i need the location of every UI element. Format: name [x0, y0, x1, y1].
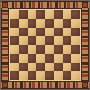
square-e1[interactable] [45, 71, 54, 80]
square-e6[interactable] [45, 28, 54, 37]
square-a8[interactable] [10, 10, 19, 19]
square-e7[interactable] [45, 19, 54, 28]
decorative-border-bottom [1, 82, 89, 88]
square-c5[interactable] [28, 36, 37, 45]
square-f4[interactable] [54, 45, 63, 54]
square-g2[interactable] [63, 63, 72, 72]
square-c4[interactable] [28, 45, 37, 54]
square-a1[interactable] [10, 71, 19, 80]
square-b2[interactable] [19, 63, 28, 72]
square-c8[interactable] [28, 10, 37, 19]
square-g4[interactable] [63, 45, 72, 54]
square-h1[interactable] [71, 71, 80, 80]
square-c7[interactable] [28, 19, 37, 28]
square-a4[interactable] [10, 45, 19, 54]
square-f5[interactable] [54, 36, 63, 45]
square-e5[interactable] [45, 36, 54, 45]
square-a3[interactable] [10, 54, 19, 63]
square-d1[interactable] [36, 71, 45, 80]
square-c6[interactable] [28, 28, 37, 37]
square-e2[interactable] [45, 63, 54, 72]
square-b6[interactable] [19, 28, 28, 37]
square-d7[interactable] [36, 19, 45, 28]
square-c2[interactable] [28, 63, 37, 72]
square-c3[interactable] [28, 54, 37, 63]
square-f6[interactable] [54, 28, 63, 37]
square-e8[interactable] [45, 10, 54, 19]
square-g6[interactable] [63, 28, 72, 37]
border-corner-bottom-right [82, 82, 88, 88]
square-f7[interactable] [54, 19, 63, 28]
square-h5[interactable] [71, 36, 80, 45]
square-a6[interactable] [10, 28, 19, 37]
square-h3[interactable] [71, 54, 80, 63]
square-d8[interactable] [36, 10, 45, 19]
square-g1[interactable] [63, 71, 72, 80]
square-d3[interactable] [36, 54, 45, 63]
square-b4[interactable] [19, 45, 28, 54]
square-h6[interactable] [71, 28, 80, 37]
square-f2[interactable] [54, 63, 63, 72]
square-b3[interactable] [19, 54, 28, 63]
border-corner-bottom-left [2, 82, 8, 88]
square-f8[interactable] [54, 10, 63, 19]
square-c1[interactable] [28, 71, 37, 80]
square-g5[interactable] [63, 36, 72, 45]
square-d5[interactable] [36, 36, 45, 45]
square-d4[interactable] [36, 45, 45, 54]
decorative-border-right [82, 8, 88, 82]
square-h2[interactable] [71, 63, 80, 72]
square-d6[interactable] [36, 28, 45, 37]
square-d2[interactable] [36, 63, 45, 72]
square-g7[interactable] [63, 19, 72, 28]
square-b7[interactable] [19, 19, 28, 28]
square-h8[interactable] [71, 10, 80, 19]
square-h4[interactable] [71, 45, 80, 54]
square-b8[interactable] [19, 10, 28, 19]
border-corner-top-right [82, 2, 88, 8]
square-b1[interactable] [19, 71, 28, 80]
square-g3[interactable] [63, 54, 72, 63]
square-e3[interactable] [45, 54, 54, 63]
square-b5[interactable] [19, 36, 28, 45]
square-h7[interactable] [71, 19, 80, 28]
square-f3[interactable] [54, 54, 63, 63]
square-f1[interactable] [54, 71, 63, 80]
square-g8[interactable] [63, 10, 72, 19]
chess-board[interactable] [0, 0, 90, 90]
square-a5[interactable] [10, 36, 19, 45]
board-grid [10, 10, 80, 80]
square-e4[interactable] [45, 45, 54, 54]
square-a7[interactable] [10, 19, 19, 28]
square-a2[interactable] [10, 63, 19, 72]
